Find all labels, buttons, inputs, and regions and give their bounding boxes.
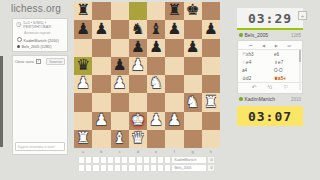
lichess-logo[interactable]: lichess.org — [11, 3, 61, 14]
move-row: ♘e4♗e7 — [238, 58, 302, 66]
crosstable-player-name: KadimMartich — [171, 156, 207, 164]
square-f7[interactable]: ♟ — [165, 20, 183, 38]
game-side-panel: 03:29 Bels_2005 1285 ⏮◀▶⏭ ♖xh3e6♘e4♗e7a4… — [237, 8, 303, 126]
white-r-piece[interactable]: ♜ — [204, 95, 218, 111]
square-g6[interactable]: ♟ — [184, 39, 202, 57]
move-list: ♖xh3e6♘e4♗e7a4O-O♔d2♕a5+ — [238, 50, 302, 82]
white-p-piece[interactable]: ♟ — [76, 76, 90, 92]
square-g5[interactable] — [184, 57, 202, 75]
square-h5[interactable] — [202, 57, 220, 75]
square-e8[interactable] — [147, 2, 165, 20]
square-d2[interactable]: ♚ — [129, 112, 147, 130]
square-c5[interactable]: ♟ — [111, 57, 129, 75]
square-c2[interactable] — [111, 112, 129, 130]
square-a6[interactable] — [74, 39, 92, 57]
replay-controls: ⏮◀▶⏭ — [238, 41, 302, 50]
rated-label: РЕЙТИНГОВАЯ — [23, 25, 51, 29]
square-e1[interactable] — [147, 130, 165, 148]
crosstable-game-cell[interactable] — [100, 164, 107, 172]
crosstable-game-cell[interactable] — [128, 156, 135, 164]
file-label-b: b — [92, 149, 110, 154]
square-f1[interactable] — [165, 130, 183, 148]
square-c3[interactable] — [111, 93, 129, 111]
square-d6[interactable]: ♟ — [129, 39, 147, 57]
square-d5[interactable]: ♟ — [129, 57, 147, 75]
game-meta-panel: ◷ 5+0 • БЛИЦ • РЕЙТИНГОВАЯ Активная парт… — [12, 18, 68, 52]
online-status-icon — [239, 33, 243, 37]
square-e7[interactable]: ♝ — [147, 20, 165, 38]
black-move[interactable]: ♗e7 — [270, 60, 302, 65]
square-c1[interactable]: ♝ — [111, 130, 129, 148]
first-move-button[interactable]: ⏮ — [249, 43, 253, 48]
square-e6[interactable]: ♟ — [147, 39, 165, 57]
crosstable-game-cell[interactable] — [78, 164, 85, 172]
square-f2[interactable]: ♟ — [165, 112, 183, 130]
last-move-button[interactable]: ⏭ — [288, 43, 292, 48]
crosstable-game-cell[interactable] — [78, 156, 85, 164]
black-n-piece[interactable]: ♞ — [131, 22, 145, 38]
white-move[interactable]: ♔d2 — [238, 76, 270, 81]
black-p-piece[interactable]: ♟ — [149, 40, 163, 56]
white-b-piece[interactable]: ♝ — [113, 131, 127, 147]
top-player-name: Bels_2005 — [245, 32, 269, 38]
black-move[interactable]: ♕a5+ — [270, 76, 302, 81]
black-p-piece[interactable]: ♟ — [113, 58, 127, 74]
square-g7[interactable] — [184, 20, 202, 38]
black-k-piece[interactable]: ♚ — [186, 3, 200, 19]
square-a1[interactable]: ♜ — [74, 130, 92, 148]
chat-toggle-checkbox[interactable]: ✓ — [36, 59, 42, 65]
crosstable-game-cell[interactable] — [164, 156, 171, 164]
top-player-rating: 1285 — [291, 33, 301, 38]
black-q-piece[interactable]: ♛ — [76, 58, 90, 74]
black-color-icon — [17, 45, 20, 48]
white-move[interactable]: ♘e4 — [238, 60, 270, 65]
crosstable-game-cell[interactable] — [92, 156, 99, 164]
square-c8[interactable] — [111, 2, 129, 20]
file-label-g: g — [184, 149, 202, 154]
black-move[interactable]: e6 — [270, 52, 302, 57]
bottom-player-clock-active: 03:07 — [237, 106, 303, 126]
black-r-piece[interactable]: ♜ — [76, 3, 90, 19]
black-p-piece[interactable]: ♟ — [131, 40, 145, 56]
top-player-row[interactable]: Bels_2005 1285 — [237, 30, 303, 40]
crosstable-game-cell[interactable] — [100, 156, 107, 164]
square-a4[interactable]: ♟ — [74, 75, 92, 93]
black-p-piece[interactable]: ♟ — [94, 22, 108, 38]
board-file-coordinates: abcdefgh — [74, 149, 220, 154]
square-e4[interactable]: ♞ — [147, 75, 165, 93]
white-p-piece[interactable]: ♟ — [94, 113, 108, 129]
notes-tab-button[interactable]: Заметки — [46, 58, 65, 65]
crosstable-player-name: Bels_2005 — [171, 164, 207, 172]
square-h7[interactable]: ♟ — [202, 20, 220, 38]
square-e2[interactable]: ♟ — [147, 112, 165, 130]
crosstable-game-cell[interactable] — [164, 164, 171, 172]
chat-panel: Окно чата ✓ Заметки Будьте вежливы в чат… — [12, 55, 68, 155]
crosstable-game-cell[interactable] — [143, 156, 150, 164]
square-b8[interactable] — [92, 2, 110, 20]
white-q-piece[interactable]: ♛ — [131, 131, 145, 147]
chat-title: Окно чата — [15, 59, 34, 64]
white-move[interactable]: a4 — [238, 68, 270, 73]
square-f4[interactable] — [165, 75, 183, 93]
crosstable-game-cell[interactable] — [121, 164, 128, 172]
square-f6[interactable] — [165, 39, 183, 57]
crosstable-game-cell[interactable] — [85, 156, 92, 164]
square-d4[interactable] — [129, 75, 147, 93]
square-b6[interactable] — [92, 39, 110, 57]
crosstable-game-cell[interactable] — [136, 164, 143, 172]
black-p-piece[interactable]: ♟ — [76, 22, 90, 38]
crosstable-game-cell[interactable] — [128, 164, 135, 172]
file-label-a: a — [74, 149, 92, 154]
black-p-piece[interactable]: ♟ — [167, 22, 181, 38]
top-player-clock: 03:29 — [237, 8, 303, 28]
white-p-piece[interactable]: ♟ — [167, 113, 181, 129]
time-control-icon: ◷ — [16, 21, 21, 30]
crosstable-score: 0 — [207, 156, 215, 164]
file-label-c: c — [111, 149, 129, 154]
crosstable-score: 0 — [207, 164, 215, 172]
white-p-piece[interactable]: ♟ — [113, 76, 127, 92]
game-action-buttons: ↶½⚐ — [238, 82, 302, 93]
crosstable-game-cell[interactable] — [150, 164, 157, 172]
crosstable-game-cell[interactable] — [157, 156, 164, 164]
square-a7[interactable]: ♟ — [74, 20, 92, 38]
white-n-piece[interactable]: ♞ — [186, 95, 200, 111]
crosstable-row: KadimMartich0 — [78, 156, 220, 164]
square-b5[interactable] — [92, 57, 110, 75]
bottom-player-row[interactable]: KadimMartich 2010 — [237, 94, 303, 104]
square-h8[interactable] — [202, 2, 220, 20]
square-e5[interactable] — [147, 57, 165, 75]
lichess-game-page: lichess.org ◷ 5+0 • БЛИЦ • РЕЙТИНГОВАЯ А… — [0, 0, 320, 180]
bottom-player-name: KadimMartich — [245, 96, 276, 102]
square-a3[interactable] — [74, 93, 92, 111]
move-row: ♖xh3e6 — [238, 50, 302, 58]
crosstable-game-cell[interactable] — [121, 156, 128, 164]
black-player-line[interactable]: Bels_2005 (1285) — [17, 45, 65, 50]
square-b7[interactable]: ♟ — [92, 20, 110, 38]
square-h1[interactable] — [202, 130, 220, 148]
crosstable-game-cell[interactable] — [107, 156, 114, 164]
square-h3[interactable]: ♜ — [202, 93, 220, 111]
square-g2[interactable] — [184, 112, 202, 130]
black-r-piece[interactable]: ♜ — [167, 3, 181, 19]
white-color-icon — [17, 37, 22, 42]
move-list-panel: ⏮◀▶⏭ ♖xh3e6♘e4♗e7a4O-O♔d2♕a5+ ↶½⚐ — [237, 40, 303, 94]
square-b2[interactable]: ♟ — [92, 112, 110, 130]
square-h2[interactable] — [202, 112, 220, 130]
black-b-piece[interactable]: ♝ — [149, 22, 163, 38]
move-row: ♔d2♕a5+ — [238, 74, 302, 82]
square-a8[interactable]: ♜ — [74, 2, 92, 20]
square-f3[interactable] — [165, 93, 183, 111]
move-list-scrollbar[interactable] — [299, 50, 302, 90]
game-meta-text: 5+0 • БЛИЦ • РЕЙТИНГОВАЯ — [23, 21, 51, 30]
crosstable-game-cell[interactable] — [136, 156, 143, 164]
window-edge-strip — [0, 56, 3, 147]
online-status-icon — [239, 97, 243, 101]
square-b1[interactable] — [92, 130, 110, 148]
square-f8[interactable]: ♜ — [165, 2, 183, 20]
square-g3[interactable]: ♞ — [184, 93, 202, 111]
square-g8[interactable]: ♚ — [184, 2, 202, 20]
takeback-button[interactable]: ↶ — [252, 85, 257, 91]
square-c7[interactable] — [111, 20, 129, 38]
white-p-piece[interactable]: ♟ — [131, 58, 145, 74]
black-p-piece[interactable]: ♟ — [204, 22, 218, 38]
next-move-button[interactable]: ▶ — [275, 43, 278, 48]
crosstable-game-cell[interactable] — [92, 164, 99, 172]
square-b4[interactable] — [92, 75, 110, 93]
white-n-piece[interactable]: ♞ — [149, 76, 163, 92]
white-move[interactable]: ♖xh3 — [238, 52, 270, 57]
square-g4[interactable] — [184, 75, 202, 93]
square-d1[interactable]: ♛ — [129, 130, 147, 148]
square-d7[interactable]: ♞ — [129, 20, 147, 38]
square-e3[interactable] — [147, 93, 165, 111]
bottom-player-rating: 2010 — [291, 97, 301, 102]
square-h4[interactable] — [202, 75, 220, 93]
square-b3[interactable] — [92, 93, 110, 111]
crosstable-game-cell[interactable] — [85, 164, 92, 172]
crosstable-game-cell[interactable] — [150, 156, 157, 164]
draw-offer-button[interactable]: ½ — [268, 85, 273, 91]
resign-button[interactable]: ⚐ — [283, 85, 288, 91]
move-row: a4O-O — [238, 66, 302, 74]
square-c4[interactable]: ♟ — [111, 75, 129, 93]
file-label-e: e — [147, 149, 165, 154]
chat-input[interactable]: Будьте вежливы в чате! — [15, 142, 65, 151]
crosstable-game-cell[interactable] — [143, 164, 150, 172]
game-status-label: Активная партия — [24, 31, 65, 35]
square-a2[interactable] — [74, 112, 92, 130]
square-d8[interactable] — [129, 2, 147, 20]
previous-move-button[interactable]: ◀ — [262, 43, 265, 48]
crosstable-game-cell[interactable] — [157, 164, 164, 172]
file-label-d: d — [129, 149, 147, 154]
white-r-piece[interactable]: ♜ — [76, 131, 90, 147]
square-a5[interactable]: ♛ — [74, 57, 92, 75]
white-p-piece[interactable]: ♟ — [149, 113, 163, 129]
square-c6[interactable] — [111, 39, 129, 57]
chat-messages-area — [15, 65, 65, 142]
chess-board[interactable]: ♜♜♚♟♟♞♝♟♟♟♟♟♛♟♟♟♟♞♞♜♟♚♟♟♜♝♛ — [74, 2, 220, 148]
square-h6[interactable] — [202, 39, 220, 57]
square-d3[interactable] — [129, 93, 147, 111]
crosstable: KadimMartich0Bels_20050 — [78, 156, 220, 172]
black-move[interactable]: O-O — [270, 68, 302, 73]
white-k-piece[interactable]: ♚ — [131, 113, 145, 129]
crosstable-row: Bels_20050 — [78, 164, 220, 172]
square-g1[interactable] — [184, 130, 202, 148]
crosstable-game-cell[interactable] — [114, 156, 121, 164]
file-label-f: f — [165, 149, 183, 154]
give-time-button[interactable]: + — [298, 11, 307, 20]
white-player-line[interactable]: KadimMartich (2010) — [17, 37, 65, 44]
black-p-piece[interactable]: ♟ — [186, 40, 200, 56]
square-f5[interactable] — [165, 57, 183, 75]
file-label-h: h — [202, 149, 220, 154]
crosstable-game-cell[interactable] — [114, 164, 121, 172]
crosstable-game-cell[interactable] — [107, 164, 114, 172]
